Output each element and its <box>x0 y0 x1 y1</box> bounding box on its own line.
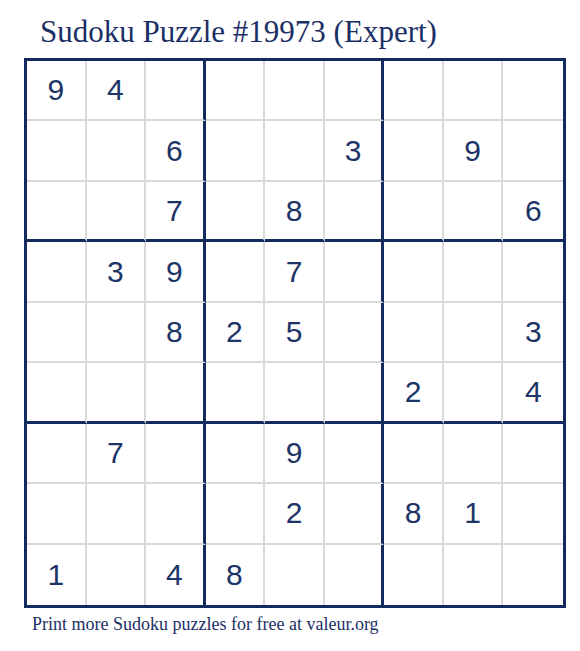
cell-r6c7: 2 <box>384 363 444 423</box>
cell-r3c6 <box>325 182 385 242</box>
cell-r9c3: 4 <box>146 545 206 605</box>
cell-r6c5 <box>265 363 325 423</box>
cell-r9c7 <box>384 545 444 605</box>
cell-r7c6 <box>325 424 385 484</box>
cell-r2c9 <box>503 121 563 181</box>
cell-r5c7 <box>384 303 444 363</box>
cell-r1c1: 9 <box>27 61 87 121</box>
cell-r5c3: 8 <box>146 303 206 363</box>
cell-r7c2: 7 <box>87 424 147 484</box>
cell-r3c1 <box>27 182 87 242</box>
cell-r3c7 <box>384 182 444 242</box>
cell-r7c1 <box>27 424 87 484</box>
cell-r4c5: 7 <box>265 242 325 302</box>
cell-r2c7 <box>384 121 444 181</box>
cell-r7c7 <box>384 424 444 484</box>
cell-r3c4 <box>206 182 266 242</box>
cell-r4c3: 9 <box>146 242 206 302</box>
cell-r5c4: 2 <box>206 303 266 363</box>
cell-r7c9 <box>503 424 563 484</box>
cell-r6c8 <box>444 363 504 423</box>
footer-note: Print more Sudoku puzzles for free at va… <box>32 614 379 635</box>
cell-r6c4 <box>206 363 266 423</box>
cell-r8c8: 1 <box>444 484 504 544</box>
cell-r8c2 <box>87 484 147 544</box>
cell-r9c8 <box>444 545 504 605</box>
cell-r9c5 <box>265 545 325 605</box>
cell-r1c9 <box>503 61 563 121</box>
cell-r6c9: 4 <box>503 363 563 423</box>
cell-r7c4 <box>206 424 266 484</box>
cell-r6c3 <box>146 363 206 423</box>
cell-r4c6 <box>325 242 385 302</box>
cell-r9c1: 1 <box>27 545 87 605</box>
cell-r4c7 <box>384 242 444 302</box>
cell-r8c7: 8 <box>384 484 444 544</box>
cell-r9c4: 8 <box>206 545 266 605</box>
cell-r3c8 <box>444 182 504 242</box>
cell-r1c3 <box>146 61 206 121</box>
cell-r4c8 <box>444 242 504 302</box>
cell-r2c8: 9 <box>444 121 504 181</box>
cell-r5c9: 3 <box>503 303 563 363</box>
cell-r6c6 <box>325 363 385 423</box>
cell-r1c2: 4 <box>87 61 147 121</box>
cell-r2c1 <box>27 121 87 181</box>
cell-r4c1 <box>27 242 87 302</box>
cell-r8c1 <box>27 484 87 544</box>
cell-r2c6: 3 <box>325 121 385 181</box>
cell-r7c8 <box>444 424 504 484</box>
cell-r8c6 <box>325 484 385 544</box>
cell-r1c6 <box>325 61 385 121</box>
cell-r3c9: 6 <box>503 182 563 242</box>
cell-r4c4 <box>206 242 266 302</box>
cell-r1c7 <box>384 61 444 121</box>
cell-r5c2 <box>87 303 147 363</box>
page-title: Sudoku Puzzle #19973 (Expert) <box>40 14 437 50</box>
cell-r6c2 <box>87 363 147 423</box>
cell-r5c8 <box>444 303 504 363</box>
cell-r2c3: 6 <box>146 121 206 181</box>
cell-r5c1 <box>27 303 87 363</box>
sudoku-board: 9463978639782532479281148 <box>24 58 566 608</box>
cell-r3c3: 7 <box>146 182 206 242</box>
cell-r8c4 <box>206 484 266 544</box>
cell-r4c9 <box>503 242 563 302</box>
cell-r5c5: 5 <box>265 303 325 363</box>
cell-r9c2 <box>87 545 147 605</box>
cell-r3c2 <box>87 182 147 242</box>
cell-r2c2 <box>87 121 147 181</box>
cell-r1c4 <box>206 61 266 121</box>
cell-r1c8 <box>444 61 504 121</box>
cell-r9c6 <box>325 545 385 605</box>
cell-r2c4 <box>206 121 266 181</box>
cell-r3c5: 8 <box>265 182 325 242</box>
cell-r2c5 <box>265 121 325 181</box>
cell-r8c9 <box>503 484 563 544</box>
cell-r6c1 <box>27 363 87 423</box>
cell-r9c9 <box>503 545 563 605</box>
cell-r5c6 <box>325 303 385 363</box>
cell-r7c5: 9 <box>265 424 325 484</box>
cell-r7c3 <box>146 424 206 484</box>
cell-r8c5: 2 <box>265 484 325 544</box>
cell-r4c2: 3 <box>87 242 147 302</box>
cell-r1c5 <box>265 61 325 121</box>
cell-r8c3 <box>146 484 206 544</box>
